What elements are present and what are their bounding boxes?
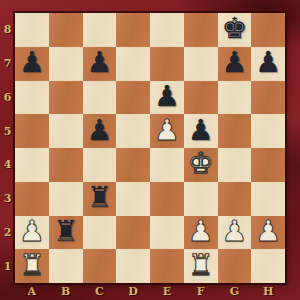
white-pawn: ♟ — [221, 217, 247, 246]
file-label-h: H — [251, 283, 285, 300]
square-e8[interactable] — [150, 13, 184, 47]
black-pawn: ♟ — [154, 82, 180, 111]
square-e7[interactable] — [150, 47, 184, 81]
black-king: ♚ — [221, 14, 247, 43]
square-e6[interactable]: ♟ — [150, 81, 184, 115]
square-c3[interactable]: ♜ — [83, 182, 117, 216]
white-pawn: ♟ — [154, 116, 180, 145]
square-h3[interactable] — [251, 182, 285, 216]
file-label-d: D — [116, 283, 150, 300]
black-pawn: ♟ — [188, 116, 214, 145]
white-king: ♚ — [188, 149, 214, 178]
square-a6[interactable] — [15, 81, 49, 115]
file-label-a: A — [15, 283, 49, 300]
black-pawn: ♟ — [19, 48, 45, 77]
square-b8[interactable] — [49, 13, 83, 47]
square-f3[interactable] — [184, 182, 218, 216]
square-f8[interactable] — [184, 13, 218, 47]
square-e1[interactable] — [150, 249, 184, 283]
square-d5[interactable] — [116, 114, 150, 148]
file-label-f: F — [184, 283, 218, 300]
square-a8[interactable] — [15, 13, 49, 47]
file-label-b: B — [49, 283, 83, 300]
square-a5[interactable] — [15, 114, 49, 148]
square-a7[interactable]: ♟ — [15, 47, 49, 81]
file-label-c: C — [83, 283, 117, 300]
black-pawn: ♟ — [221, 48, 247, 77]
file-labels: ABCDEFGH — [15, 283, 285, 300]
white-pawn: ♟ — [19, 217, 45, 246]
black-pawn: ♟ — [255, 48, 281, 77]
square-e2[interactable] — [150, 216, 184, 250]
square-d6[interactable] — [116, 81, 150, 115]
square-e4[interactable] — [150, 148, 184, 182]
rank-label-7: 7 — [0, 47, 15, 81]
square-e3[interactable] — [150, 182, 184, 216]
square-c4[interactable] — [83, 148, 117, 182]
square-a4[interactable] — [15, 148, 49, 182]
square-g5[interactable] — [218, 114, 252, 148]
square-g1[interactable] — [218, 249, 252, 283]
rank-labels: 87654321 — [0, 13, 15, 283]
square-f5[interactable]: ♟ — [184, 114, 218, 148]
black-pawn: ♟ — [86, 116, 112, 145]
white-pawn: ♟ — [255, 217, 281, 246]
board: ♚♟♟♟♟♟♟♟♟♚♜♟♜♟♟♟♜♜ — [15, 13, 285, 283]
square-f4[interactable]: ♚ — [184, 148, 218, 182]
square-b4[interactable] — [49, 148, 83, 182]
square-a3[interactable] — [15, 182, 49, 216]
square-b5[interactable] — [49, 114, 83, 148]
white-rook: ♜ — [188, 251, 214, 280]
square-c1[interactable] — [83, 249, 117, 283]
square-g7[interactable]: ♟ — [218, 47, 252, 81]
file-label-g: G — [218, 283, 252, 300]
square-h6[interactable] — [251, 81, 285, 115]
square-h1[interactable] — [251, 249, 285, 283]
square-c6[interactable] — [83, 81, 117, 115]
rank-label-6: 6 — [0, 81, 15, 115]
square-g4[interactable] — [218, 148, 252, 182]
square-f6[interactable] — [184, 81, 218, 115]
square-d3[interactable] — [116, 182, 150, 216]
square-a2[interactable]: ♟ — [15, 216, 49, 250]
rank-label-4: 4 — [0, 148, 15, 182]
square-d4[interactable] — [116, 148, 150, 182]
square-g3[interactable] — [218, 182, 252, 216]
square-c5[interactable]: ♟ — [83, 114, 117, 148]
square-h8[interactable] — [251, 13, 285, 47]
square-b6[interactable] — [49, 81, 83, 115]
rank-label-3: 3 — [0, 182, 15, 216]
rank-label-8: 8 — [0, 13, 15, 47]
rank-label-2: 2 — [0, 216, 15, 250]
square-g8[interactable]: ♚ — [218, 13, 252, 47]
chess-diagram: 87654321 ABCDEFGH ♚♟♟♟♟♟♟♟♟♚♜♟♜♟♟♟♜♜ — [0, 0, 300, 300]
black-rook: ♜ — [53, 217, 79, 246]
black-rook: ♜ — [86, 183, 112, 212]
rank-label-5: 5 — [0, 114, 15, 148]
square-d8[interactable] — [116, 13, 150, 47]
square-b2[interactable]: ♜ — [49, 216, 83, 250]
square-c2[interactable] — [83, 216, 117, 250]
file-label-e: E — [150, 283, 184, 300]
square-b7[interactable] — [49, 47, 83, 81]
square-d7[interactable] — [116, 47, 150, 81]
black-pawn: ♟ — [86, 48, 112, 77]
square-h5[interactable] — [251, 114, 285, 148]
square-d2[interactable] — [116, 216, 150, 250]
square-g2[interactable]: ♟ — [218, 216, 252, 250]
square-g6[interactable] — [218, 81, 252, 115]
square-f7[interactable] — [184, 47, 218, 81]
square-b1[interactable] — [49, 249, 83, 283]
square-b3[interactable] — [49, 182, 83, 216]
square-c7[interactable]: ♟ — [83, 47, 117, 81]
square-h2[interactable]: ♟ — [251, 216, 285, 250]
square-c8[interactable] — [83, 13, 117, 47]
white-rook: ♜ — [19, 251, 45, 280]
white-pawn: ♟ — [188, 217, 214, 246]
square-f2[interactable]: ♟ — [184, 216, 218, 250]
square-a1[interactable]: ♜ — [15, 249, 49, 283]
rank-label-1: 1 — [0, 249, 15, 283]
square-d1[interactable] — [116, 249, 150, 283]
square-h4[interactable] — [251, 148, 285, 182]
square-f1[interactable]: ♜ — [184, 249, 218, 283]
square-h7[interactable]: ♟ — [251, 47, 285, 81]
square-e5[interactable]: ♟ — [150, 114, 184, 148]
